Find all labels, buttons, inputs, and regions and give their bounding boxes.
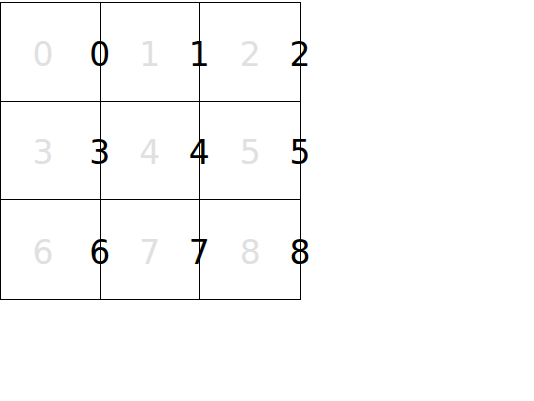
grid-cell-r2c0[interactable]: 6 6	[1, 200, 101, 299]
grid-cell-r2c1[interactable]: 7 7	[101, 200, 201, 299]
grid-board: 0 0 1 1 2 2 3 3 4 4 5 5 6 6 7 7	[0, 2, 301, 300]
cell-center-label: 1	[139, 37, 160, 70]
grid-cell-r0c2[interactable]: 2 2	[200, 3, 300, 102]
cell-center-label: 3	[33, 136, 54, 169]
figure-canvas: 0 0 1 1 2 2 3 3 4 4 5 5 6 6 7 7	[0, 0, 534, 401]
grid-cell-r1c2[interactable]: 5 5	[200, 102, 300, 201]
cell-center-label: 6	[33, 235, 54, 268]
cell-center-label: 5	[240, 136, 261, 169]
grid-cell-r0c0[interactable]: 0 0	[1, 3, 101, 102]
grid-cell-r1c1[interactable]: 4 4	[101, 102, 201, 201]
cell-center-label: 2	[240, 37, 261, 70]
grid-cell-r0c1[interactable]: 1 1	[101, 3, 201, 102]
grid-cell-r2c2[interactable]: 8 8	[200, 200, 300, 299]
cell-center-label: 4	[139, 136, 160, 169]
cell-center-label: 8	[240, 235, 261, 268]
cell-edge-label: 2	[289, 37, 310, 70]
cell-edge-label: 8	[289, 235, 310, 268]
cell-center-label: 7	[139, 235, 160, 268]
cell-edge-label: 5	[289, 136, 310, 169]
grid-cell-r1c0[interactable]: 3 3	[1, 102, 101, 201]
cell-center-label: 0	[33, 37, 54, 70]
